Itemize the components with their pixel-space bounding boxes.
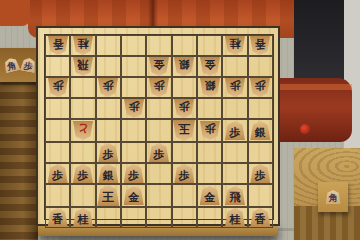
board-cell-9g[interactable]: 歩 [45,163,70,184]
white-komadai: 角歩 [0,48,40,82]
piece-white-s[interactable]: 銀 [174,57,194,76]
piece-white-p[interactable]: 歩 [250,78,270,97]
piece-white-p[interactable]: 歩 [48,78,68,97]
piece-black-B[interactable]: 角 [326,190,341,204]
piece-kanji: 香 [255,39,266,50]
board-cell-1b[interactable] [248,56,273,77]
piece-white-g[interactable]: 金 [200,57,220,76]
board-cell-1d[interactable] [248,98,273,119]
board-cell-5g[interactable] [146,163,171,184]
board-cell-6h[interactable]: 金 [121,184,146,207]
shogi-board-grid: 香桂桂香飛金銀金歩歩歩銀歩歩歩歩と玉歩歩銀歩歩歩歩銀歩歩歩王金金飛香桂桂香 [44,34,274,220]
shogi-board: 香桂桂香飛金銀金歩歩歩銀歩歩歩歩と玉歩歩銀歩歩歩歩銀歩歩歩王金金飛香桂桂香 [36,26,280,238]
piece-kanji: 王 [102,191,114,203]
board-cell-1a[interactable]: 香 [248,35,273,56]
board-cell-4b[interactable]: 銀 [172,56,197,77]
board-cell-7b[interactable] [96,56,121,77]
board-cell-4g[interactable]: 歩 [172,163,197,184]
piece-white-k[interactable]: 玉 [173,120,195,141]
piece-white-p[interactable]: 歩 [124,99,144,118]
board-cell-2h[interactable]: 飛 [222,184,247,207]
piece-black-L[interactable]: 香 [48,208,68,227]
board-cell-3h[interactable]: 金 [197,184,222,207]
board-cell-5b[interactable]: 金 [146,56,171,77]
piece-white-n[interactable]: 桂 [225,36,245,55]
board-cell-7h[interactable]: 王 [96,184,121,207]
board-cell-8b[interactable]: 飛 [70,56,95,77]
cushion-corner [0,0,30,26]
board-cell-8a[interactable]: 桂 [70,35,95,56]
board-cell-8h[interactable] [70,184,95,207]
piece-kanji: 金 [204,192,215,203]
piece-black-P[interactable]: 歩 [73,164,93,183]
board-cell-1e[interactable]: 銀 [248,119,273,142]
piece-kanji: 歩 [153,149,164,160]
board-cell-5a[interactable] [146,35,171,56]
board-cell-9i[interactable]: 香 [45,207,70,228]
board-cell-3f[interactable] [197,142,222,163]
piece-white-p[interactable]: 歩 [98,78,118,97]
piece-kanji: 歩 [103,81,114,92]
piece-kanji: 飛 [229,192,240,203]
board-cell-6e[interactable] [121,119,146,142]
board-cell-4i[interactable] [172,207,197,228]
board-cell-2e[interactable]: 歩 [222,119,247,142]
piece-kanji: 角 [6,61,17,72]
board-cell-9c[interactable]: 歩 [45,77,70,98]
piece-kanji: 桂 [77,39,88,50]
piece-black-L[interactable]: 香 [250,208,270,227]
piece-black-G[interactable]: 金 [200,186,220,205]
piece-black-R[interactable]: 飛 [225,186,245,205]
piece-white-promoted-p[interactable]: と [73,121,93,140]
piece-white-p[interactable]: 歩 [149,78,169,97]
board-cell-1i[interactable]: 香 [248,207,273,228]
piece-black-K[interactable]: 王 [97,185,119,206]
piece-kanji: 香 [52,39,63,50]
piece-kanji: 歩 [153,81,164,92]
board-cell-2d[interactable] [222,98,247,119]
board-cell-7f[interactable]: 歩 [96,142,121,163]
piece-kanji: 歩 [103,149,114,160]
board-cell-3g[interactable] [197,163,222,184]
board-cell-3d[interactable] [197,98,222,119]
board-cell-6c[interactable] [121,77,146,98]
board-cell-8g[interactable]: 歩 [70,163,95,184]
piece-kanji: 銀 [255,127,266,138]
board-cell-8d[interactable] [70,98,95,119]
piece-black-G[interactable]: 金 [124,186,144,205]
piece-white-r[interactable]: 飛 [73,57,93,76]
board-cell-6b[interactable] [121,56,146,77]
board-cell-4c[interactable] [172,77,197,98]
piece-black-P[interactable]: 歩 [174,164,194,183]
board-cell-2i[interactable]: 桂 [222,207,247,228]
piece-black-P[interactable]: 歩 [225,121,245,140]
piece-kanji: 玉 [178,123,190,135]
piece-white-g[interactable]: 金 [149,57,169,76]
piece-kanji: 歩 [128,102,139,113]
board-cell-6d[interactable]: 歩 [121,98,146,119]
piece-kanji: 歩 [52,81,63,92]
board-cell-5h[interactable] [146,184,171,207]
board-cell-3b[interactable]: 金 [197,56,222,77]
board-cell-2b[interactable] [222,56,247,77]
piece-kanji: 歩 [255,170,266,181]
piece-white-b[interactable]: 角 [3,56,21,73]
piece-white-p[interactable]: 歩 [200,121,220,140]
piece-white-n[interactable]: 桂 [73,36,93,55]
piece-kanji: 金 [153,60,164,71]
black-komadai: 角 [318,182,348,212]
board-cell-2a[interactable]: 桂 [222,35,247,56]
board-cell-4h[interactable] [172,184,197,207]
board-cell-3c[interactable]: 銀 [197,77,222,98]
piece-kanji: 銀 [103,170,114,181]
board-cell-5c[interactable]: 歩 [146,77,171,98]
piece-kanji: と [77,124,88,135]
cushion-tassel [300,124,310,134]
piece-black-S[interactable]: 銀 [98,164,118,183]
piece-kanji: 歩 [179,170,190,181]
piece-kanji: 歩 [204,124,215,135]
piece-kanji: 歩 [52,170,63,181]
piece-kanji: 歩 [229,127,240,138]
board-cell-7d[interactable] [96,98,121,119]
board-cell-2c[interactable]: 歩 [222,77,247,98]
board-cell-9b[interactable] [45,56,70,77]
board-cell-7i[interactable] [96,207,121,228]
piece-white-s[interactable]: 銀 [200,78,220,97]
board-cell-4a[interactable] [172,35,197,56]
piece-kanji: 桂 [77,214,88,225]
piece-black-P[interactable]: 歩 [98,143,118,162]
board-cell-9a[interactable]: 香 [45,35,70,56]
piece-white-l[interactable]: 香 [48,36,68,55]
board-cell-8c[interactable] [70,77,95,98]
piece-kanji: 歩 [23,61,33,71]
piece-white-p[interactable]: 歩 [225,78,245,97]
piece-white-p[interactable]: 歩 [20,57,37,73]
piece-black-N[interactable]: 桂 [73,208,93,227]
piece-kanji: 桂 [229,214,240,225]
piece-kanji: 歩 [255,81,266,92]
piece-black-S[interactable]: 銀 [250,121,270,140]
piece-black-P[interactable]: 歩 [48,164,68,183]
board-cell-5f[interactable]: 歩 [146,142,171,163]
piece-kanji: 歩 [179,102,190,113]
board-cell-1f[interactable] [248,142,273,163]
piece-kanji: 金 [128,192,139,203]
board-cell-7c[interactable]: 歩 [96,77,121,98]
board-cell-8f[interactable] [70,142,95,163]
piece-kanji: 歩 [229,81,240,92]
piece-black-P[interactable]: 歩 [149,143,169,162]
board-cell-7e[interactable] [96,119,121,142]
board-cell-8e[interactable]: と [70,119,95,142]
piece-kanji: 香 [52,214,63,225]
board-cell-3e[interactable]: 歩 [197,119,222,142]
board-cell-1h[interactable] [248,184,273,207]
shogi-scene: 角歩 角 香桂桂香飛金銀金歩歩歩銀歩歩歩歩と玉歩歩銀歩歩歩歩銀歩歩歩王金金飛香桂… [0,0,360,240]
piece-kanji: 角 [329,194,338,203]
piece-kanji: 銀 [204,81,215,92]
board-cell-2g[interactable] [222,163,247,184]
board-cell-4d[interactable]: 歩 [172,98,197,119]
board-cell-8i[interactable]: 桂 [70,207,95,228]
piece-kanji: 歩 [77,170,88,181]
board-cell-5d[interactable] [146,98,171,119]
board-surface: 香桂桂香飛金銀金歩歩歩銀歩歩歩歩と玉歩歩銀歩歩歩歩銀歩歩歩王金金飛香桂桂香 [36,26,280,226]
board-cell-5i[interactable] [146,207,171,228]
piece-black-P[interactable]: 歩 [250,164,270,183]
piece-black-P[interactable]: 歩 [124,164,144,183]
board-cell-6a[interactable] [121,35,146,56]
board-cell-3a[interactable] [197,35,222,56]
piece-kanji: 桂 [229,39,240,50]
board-cell-1g[interactable]: 歩 [248,163,273,184]
board-cell-9f[interactable] [45,142,70,163]
piece-white-p[interactable]: 歩 [174,99,194,118]
piece-kanji: 金 [204,60,215,71]
piece-kanji: 銀 [179,60,190,71]
board-cell-6f[interactable] [121,142,146,163]
board-cell-9e[interactable] [45,119,70,142]
piece-white-l[interactable]: 香 [250,36,270,55]
board-cell-9d[interactable] [45,98,70,119]
board-cell-6i[interactable] [121,207,146,228]
board-cell-7a[interactable] [96,35,121,56]
board-cell-1c[interactable]: 歩 [248,77,273,98]
board-cell-9h[interactable] [45,184,70,207]
board-cell-7g[interactable]: 銀 [96,163,121,184]
dark-stand [294,0,346,86]
board-cell-4f[interactable] [172,142,197,163]
board-cell-2f[interactable] [222,142,247,163]
piece-kanji: 飛 [77,60,88,71]
board-cell-5e[interactable] [146,119,171,142]
board-cell-6g[interactable]: 歩 [121,163,146,184]
piece-black-N[interactable]: 桂 [225,208,245,227]
piece-kanji: 歩 [128,170,139,181]
board-cell-4e[interactable]: 玉 [172,119,197,142]
piece-kanji: 香 [255,214,266,225]
board-cell-3i[interactable] [197,207,222,228]
